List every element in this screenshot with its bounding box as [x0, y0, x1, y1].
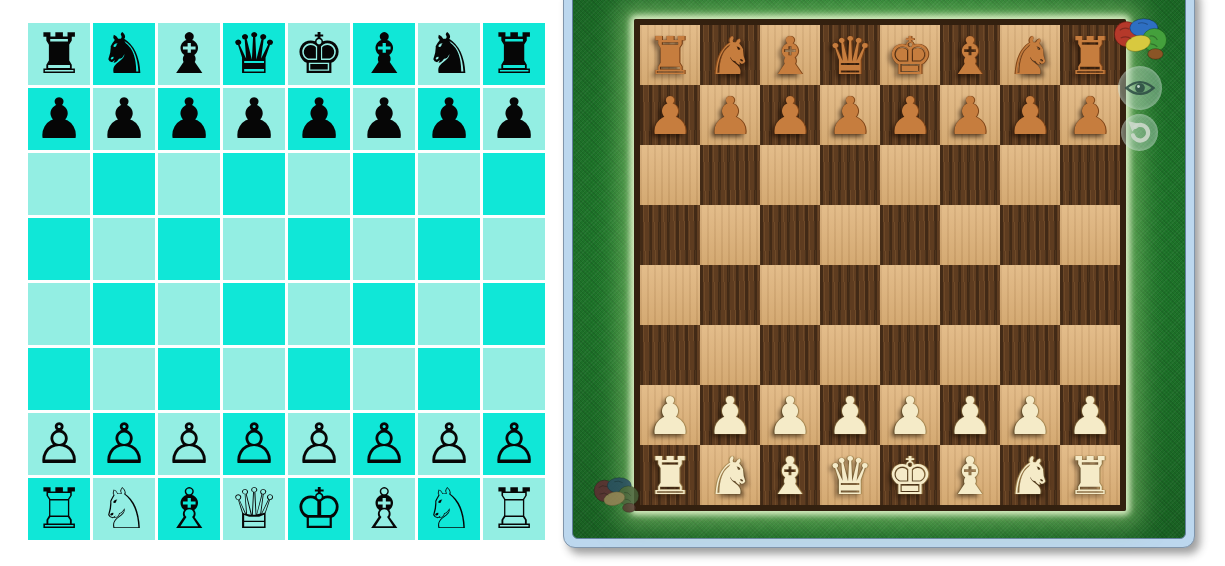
wood-square-d7[interactable]: ♟︎ [820, 85, 880, 145]
wood-square-g6[interactable] [1000, 145, 1060, 205]
flat-square-d1: ♕︎ [223, 478, 285, 540]
black-pawn: ♟︎ [294, 88, 344, 150]
flat-square-c5 [158, 218, 220, 280]
flat-square-f7: ♟︎ [353, 88, 415, 150]
flat-square-b6 [93, 153, 155, 215]
white-pawn: ♙︎ [99, 413, 149, 475]
wood-square-e6[interactable] [880, 145, 940, 205]
wood-square-h2[interactable]: ♟︎ [1060, 385, 1120, 445]
white-pawn[interactable]: ♟︎ [947, 387, 994, 445]
wood-square-d1[interactable]: ♛︎ [820, 445, 880, 505]
wood-square-d5[interactable] [820, 205, 880, 265]
wood-square-g3[interactable] [1000, 325, 1060, 385]
brain-dim-icon [592, 476, 640, 514]
wood-square-h1[interactable]: ♜︎ [1060, 445, 1120, 505]
flat-square-h7: ♟︎ [483, 88, 545, 150]
wood-square-f8[interactable]: ♝︎ [940, 25, 1000, 85]
black-rook: ♜︎ [489, 23, 539, 85]
black-knight[interactable]: ♞︎ [1007, 27, 1054, 85]
flat-square-c2: ♙︎ [158, 413, 220, 475]
wood-square-a6[interactable] [640, 145, 700, 205]
wood-square-f6[interactable] [940, 145, 1000, 205]
flat-square-g5 [418, 218, 480, 280]
black-pawn: ♟︎ [229, 88, 279, 150]
wood-square-g8[interactable]: ♞︎ [1000, 25, 1060, 85]
black-pawn[interactable]: ♟︎ [647, 87, 694, 145]
wood-square-f7[interactable]: ♟︎ [940, 85, 1000, 145]
flat-square-h1: ♖︎ [483, 478, 545, 540]
flat-square-a1: ♖︎ [28, 478, 90, 540]
wood-square-b2[interactable]: ♟︎ [700, 385, 760, 445]
black-queen[interactable]: ♛︎ [827, 27, 874, 85]
wood-square-a3[interactable] [640, 325, 700, 385]
flat-square-b2: ♙︎ [93, 413, 155, 475]
white-pawn[interactable]: ♟︎ [647, 387, 694, 445]
white-bishop: ♗︎ [359, 478, 409, 540]
wood-square-d8[interactable]: ♛︎ [820, 25, 880, 85]
flat-square-a7: ♟︎ [28, 88, 90, 150]
white-knight[interactable]: ♞︎ [707, 447, 754, 505]
wood-square-a1[interactable]: ♜︎ [640, 445, 700, 505]
white-pawn[interactable]: ♟︎ [827, 387, 874, 445]
flat-square-a4 [28, 283, 90, 345]
white-rook: ♖︎ [489, 478, 539, 540]
flat-square-b5 [93, 218, 155, 280]
flat-square-g4 [418, 283, 480, 345]
wood-square-d3[interactable] [820, 325, 880, 385]
flat-square-f2: ♙︎ [353, 413, 415, 475]
flat-square-c4 [158, 283, 220, 345]
flat-square-e4 [288, 283, 350, 345]
flat-square-h5 [483, 218, 545, 280]
flat-square-b7: ♟︎ [93, 88, 155, 150]
white-knight: ♘︎ [99, 478, 149, 540]
flat-square-f4 [353, 283, 415, 345]
wood-square-h6[interactable] [1060, 145, 1120, 205]
wood-square-b1[interactable]: ♞︎ [700, 445, 760, 505]
black-queen: ♛︎ [229, 23, 279, 85]
white-knight: ♘︎ [424, 478, 474, 540]
flat-square-g2: ♙︎ [418, 413, 480, 475]
wood-square-e8[interactable]: ♚︎ [880, 25, 940, 85]
black-king[interactable]: ♚︎ [887, 27, 934, 85]
black-pawn[interactable]: ♟︎ [827, 87, 874, 145]
wood-square-g5[interactable] [1000, 205, 1060, 265]
brain-icon[interactable] [1112, 16, 1168, 62]
flat-square-e8: ♚︎ [288, 23, 350, 85]
black-knight: ♞︎ [99, 23, 149, 85]
wood-square-f2[interactable]: ♟︎ [940, 385, 1000, 445]
flat-square-g3 [418, 348, 480, 410]
wood-square-f3[interactable] [940, 325, 1000, 385]
white-pawn[interactable]: ♟︎ [887, 387, 934, 445]
flat-square-g1: ♘︎ [418, 478, 480, 540]
white-king[interactable]: ♚︎ [887, 447, 934, 505]
wood-square-g1[interactable]: ♞︎ [1000, 445, 1060, 505]
white-pawn: ♙︎ [489, 413, 539, 475]
wood-square-e2[interactable]: ♟︎ [880, 385, 940, 445]
screen: ♜︎♞︎♝︎♛︎♚︎♝︎♞︎♜︎♟︎♟︎♟︎♟︎♟︎♟︎♟︎♟︎♙︎♙︎♙︎♙︎… [0, 0, 1225, 566]
wood-square-c6[interactable] [760, 145, 820, 205]
black-pawn: ♟︎ [99, 88, 149, 150]
flat-chess-board: ♜︎♞︎♝︎♛︎♚︎♝︎♞︎♜︎♟︎♟︎♟︎♟︎♟︎♟︎♟︎♟︎♙︎♙︎♙︎♙︎… [28, 23, 545, 540]
wood-square-h4[interactable] [1060, 265, 1120, 325]
black-pawn: ♟︎ [359, 88, 409, 150]
flat-square-d5 [223, 218, 285, 280]
wood-square-f4[interactable] [940, 265, 1000, 325]
flat-square-c6 [158, 153, 220, 215]
white-pawn: ♙︎ [34, 413, 84, 475]
black-rook[interactable]: ♜︎ [1067, 27, 1114, 85]
flat-square-e6 [288, 153, 350, 215]
flat-square-d4 [223, 283, 285, 345]
flat-square-h6 [483, 153, 545, 215]
flat-square-d7: ♟︎ [223, 88, 285, 150]
flat-square-a3 [28, 348, 90, 410]
wood-square-b6[interactable] [700, 145, 760, 205]
flat-square-g6 [418, 153, 480, 215]
flat-square-c3 [158, 348, 220, 410]
wood-square-b3[interactable] [700, 325, 760, 385]
wood-square-a5[interactable] [640, 205, 700, 265]
black-pawn: ♟︎ [164, 88, 214, 150]
wood-square-b8[interactable]: ♞︎ [700, 25, 760, 85]
flat-square-e7: ♟︎ [288, 88, 350, 150]
black-pawn: ♟︎ [424, 88, 474, 150]
white-bishop: ♗︎ [164, 478, 214, 540]
flat-square-c1: ♗︎ [158, 478, 220, 540]
black-knight: ♞︎ [424, 23, 474, 85]
white-bishop[interactable]: ♝︎ [767, 447, 814, 505]
flat-square-d8: ♛︎ [223, 23, 285, 85]
wood-square-a2[interactable]: ♟︎ [640, 385, 700, 445]
black-pawn[interactable]: ♟︎ [1007, 87, 1054, 145]
eye-icon [1122, 70, 1158, 106]
wood-square-c7[interactable]: ♟︎ [760, 85, 820, 145]
white-pawn[interactable]: ♟︎ [1067, 387, 1114, 445]
white-pawn[interactable]: ♟︎ [1007, 387, 1054, 445]
flat-square-f5 [353, 218, 415, 280]
wood-square-e7[interactable]: ♟︎ [880, 85, 940, 145]
white-pawn: ♙︎ [294, 413, 344, 475]
wood-chess-board[interactable]: ♜︎♞︎♝︎♛︎♚︎♝︎♞︎♜︎♟︎♟︎♟︎♟︎♟︎♟︎♟︎♟︎♟︎♟︎♟︎♟︎… [634, 19, 1126, 511]
black-bishop[interactable]: ♝︎ [767, 27, 814, 85]
undo-move-button[interactable] [1121, 114, 1158, 151]
black-king: ♚︎ [294, 23, 344, 85]
black-bishop: ♝︎ [164, 23, 214, 85]
undo-arrow-icon [1126, 119, 1154, 147]
flat-square-d2: ♙︎ [223, 413, 285, 475]
wood-square-c4[interactable] [760, 265, 820, 325]
wood-square-g7[interactable]: ♟︎ [1000, 85, 1060, 145]
white-rook[interactable]: ♜︎ [1067, 447, 1114, 505]
flat-square-a8: ♜︎ [28, 23, 90, 85]
flat-square-a5 [28, 218, 90, 280]
flat-square-e2: ♙︎ [288, 413, 350, 475]
wood-square-c2[interactable]: ♟︎ [760, 385, 820, 445]
wood-square-e1[interactable]: ♚︎ [880, 445, 940, 505]
black-pawn[interactable]: ♟︎ [707, 87, 754, 145]
black-bishop: ♝︎ [359, 23, 409, 85]
flat-square-g8: ♞︎ [418, 23, 480, 85]
flat-square-h4 [483, 283, 545, 345]
white-queen[interactable]: ♛︎ [827, 447, 874, 505]
flat-square-h2: ♙︎ [483, 413, 545, 475]
black-pawn: ♟︎ [489, 88, 539, 150]
white-pawn: ♙︎ [229, 413, 279, 475]
wood-square-b7[interactable]: ♟︎ [700, 85, 760, 145]
black-pawn[interactable]: ♟︎ [767, 87, 814, 145]
white-pawn[interactable]: ♟︎ [707, 387, 754, 445]
flat-square-c8: ♝︎ [158, 23, 220, 85]
wood-square-b4[interactable] [700, 265, 760, 325]
black-pawn[interactable]: ♟︎ [887, 87, 934, 145]
white-pawn: ♙︎ [164, 413, 214, 475]
flat-square-d6 [223, 153, 285, 215]
wood-square-c8[interactable]: ♝︎ [760, 25, 820, 85]
wood-square-a4[interactable] [640, 265, 700, 325]
white-pawn[interactable]: ♟︎ [767, 387, 814, 445]
white-knight[interactable]: ♞︎ [1007, 447, 1054, 505]
flat-square-b4 [93, 283, 155, 345]
flat-square-h3 [483, 348, 545, 410]
wood-square-d4[interactable] [820, 265, 880, 325]
flat-square-f6 [353, 153, 415, 215]
white-queen: ♕︎ [229, 478, 279, 540]
flat-square-e1: ♔︎ [288, 478, 350, 540]
white-king: ♔︎ [294, 478, 344, 540]
wood-square-a7[interactable]: ♟︎ [640, 85, 700, 145]
flat-square-f3 [353, 348, 415, 410]
wood-square-e5[interactable] [880, 205, 940, 265]
white-rook: ♖︎ [34, 478, 84, 540]
flat-square-c7: ♟︎ [158, 88, 220, 150]
flat-square-d3 [223, 348, 285, 410]
black-knight[interactable]: ♞︎ [707, 27, 754, 85]
wood-square-c5[interactable] [760, 205, 820, 265]
wood-square-h5[interactable] [1060, 205, 1120, 265]
wood-square-e3[interactable] [880, 325, 940, 385]
show-hint-eye-button[interactable] [1118, 66, 1162, 110]
flat-square-g7: ♟︎ [418, 88, 480, 150]
wood-square-a8[interactable]: ♜︎ [640, 25, 700, 85]
flat-square-b8: ♞︎ [93, 23, 155, 85]
black-pawn[interactable]: ♟︎ [947, 87, 994, 145]
wood-square-g2[interactable]: ♟︎ [1000, 385, 1060, 445]
flat-square-e3 [288, 348, 350, 410]
black-rook[interactable]: ♜︎ [647, 27, 694, 85]
white-rook[interactable]: ♜︎ [647, 447, 694, 505]
wood-square-b5[interactable] [700, 205, 760, 265]
wood-square-f1[interactable]: ♝︎ [940, 445, 1000, 505]
flat-square-f1: ♗︎ [353, 478, 415, 540]
wood-square-h3[interactable] [1060, 325, 1120, 385]
wood-square-h8[interactable]: ♜︎ [1060, 25, 1120, 85]
white-bishop[interactable]: ♝︎ [947, 447, 994, 505]
wood-square-g4[interactable] [1000, 265, 1060, 325]
wood-square-d2[interactable]: ♟︎ [820, 385, 880, 445]
flat-square-e5 [288, 218, 350, 280]
flat-square-b1: ♘︎ [93, 478, 155, 540]
flat-square-a2: ♙︎ [28, 413, 90, 475]
wood-square-e4[interactable] [880, 265, 940, 325]
black-bishop[interactable]: ♝︎ [947, 27, 994, 85]
flat-square-a6 [28, 153, 90, 215]
wood-square-c1[interactable]: ♝︎ [760, 445, 820, 505]
black-rook: ♜︎ [34, 23, 84, 85]
flat-square-h8: ♜︎ [483, 23, 545, 85]
black-pawn: ♟︎ [34, 88, 84, 150]
white-pawn: ♙︎ [424, 413, 474, 475]
wood-square-d6[interactable] [820, 145, 880, 205]
white-pawn: ♙︎ [359, 413, 409, 475]
flat-square-b3 [93, 348, 155, 410]
flat-square-f8: ♝︎ [353, 23, 415, 85]
black-pawn[interactable]: ♟︎ [1067, 87, 1114, 145]
wood-square-f5[interactable] [940, 205, 1000, 265]
wood-square-h7[interactable]: ♟︎ [1060, 85, 1120, 145]
wood-square-c3[interactable] [760, 325, 820, 385]
